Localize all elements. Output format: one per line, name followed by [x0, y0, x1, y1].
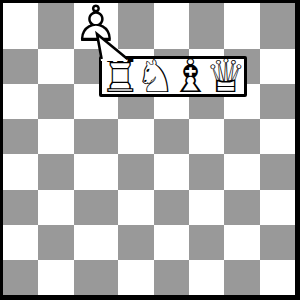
square-c8[interactable]: ♙ — [74, 3, 119, 49]
square-c2[interactable] — [74, 225, 119, 260]
square-g5[interactable] — [224, 119, 259, 154]
square-h8[interactable] — [260, 3, 295, 49]
square-e2[interactable] — [154, 225, 189, 260]
white-pawn-c8[interactable]: ♙ — [74, 0, 119, 49]
square-d3[interactable] — [118, 190, 153, 225]
square-f5[interactable] — [189, 119, 224, 154]
square-c3[interactable] — [74, 190, 119, 225]
square-a1[interactable] — [3, 260, 38, 295]
promotion-option-knight[interactable]: ♘ — [138, 59, 172, 94]
square-h1[interactable] — [260, 260, 295, 295]
square-g1[interactable] — [224, 260, 259, 295]
square-a3[interactable] — [3, 190, 38, 225]
square-h7[interactable] — [260, 49, 295, 84]
square-b2[interactable] — [38, 225, 73, 260]
square-b3[interactable] — [38, 190, 73, 225]
chess-board: ♙ ♖♘♗♕ — [0, 0, 300, 300]
square-b1[interactable] — [38, 260, 73, 295]
square-f8[interactable] — [189, 3, 224, 49]
square-c4[interactable] — [74, 154, 119, 189]
promotion-dialog: ♖♘♗♕ — [99, 56, 247, 97]
square-a6[interactable] — [3, 84, 38, 119]
square-e8[interactable] — [154, 3, 189, 49]
square-d2[interactable] — [118, 225, 153, 260]
square-g8[interactable] — [224, 3, 259, 49]
square-b4[interactable] — [38, 154, 73, 189]
square-b8[interactable] — [38, 3, 73, 49]
square-h6[interactable] — [260, 84, 295, 119]
square-f3[interactable] — [189, 190, 224, 225]
square-h5[interactable] — [260, 119, 295, 154]
square-a4[interactable] — [3, 154, 38, 189]
square-b6[interactable] — [38, 84, 73, 119]
square-c1[interactable] — [74, 260, 119, 295]
board-grid: ♙ — [3, 3, 295, 295]
promotion-option-bishop[interactable]: ♗ — [174, 59, 208, 94]
square-b7[interactable] — [38, 49, 73, 84]
square-d1[interactable] — [118, 260, 153, 295]
square-d5[interactable] — [118, 119, 153, 154]
square-d8[interactable] — [118, 3, 153, 49]
white-queen-icon: ♕ — [205, 53, 246, 99]
square-f4[interactable] — [189, 154, 224, 189]
square-e1[interactable] — [154, 260, 189, 295]
square-g3[interactable] — [224, 190, 259, 225]
square-h3[interactable] — [260, 190, 295, 225]
square-e3[interactable] — [154, 190, 189, 225]
square-e4[interactable] — [154, 154, 189, 189]
square-c5[interactable] — [74, 119, 119, 154]
square-a7[interactable] — [3, 49, 38, 84]
square-a5[interactable] — [3, 119, 38, 154]
square-f2[interactable] — [189, 225, 224, 260]
square-e5[interactable] — [154, 119, 189, 154]
square-f1[interactable] — [189, 260, 224, 295]
square-a2[interactable] — [3, 225, 38, 260]
promotion-option-rook[interactable]: ♖ — [103, 59, 137, 94]
square-h2[interactable] — [260, 225, 295, 260]
square-a8[interactable] — [3, 3, 38, 49]
square-g4[interactable] — [224, 154, 259, 189]
promotion-option-queen[interactable]: ♕ — [209, 59, 243, 94]
square-h4[interactable] — [260, 154, 295, 189]
square-g2[interactable] — [224, 225, 259, 260]
square-d4[interactable] — [118, 154, 153, 189]
square-b5[interactable] — [38, 119, 73, 154]
